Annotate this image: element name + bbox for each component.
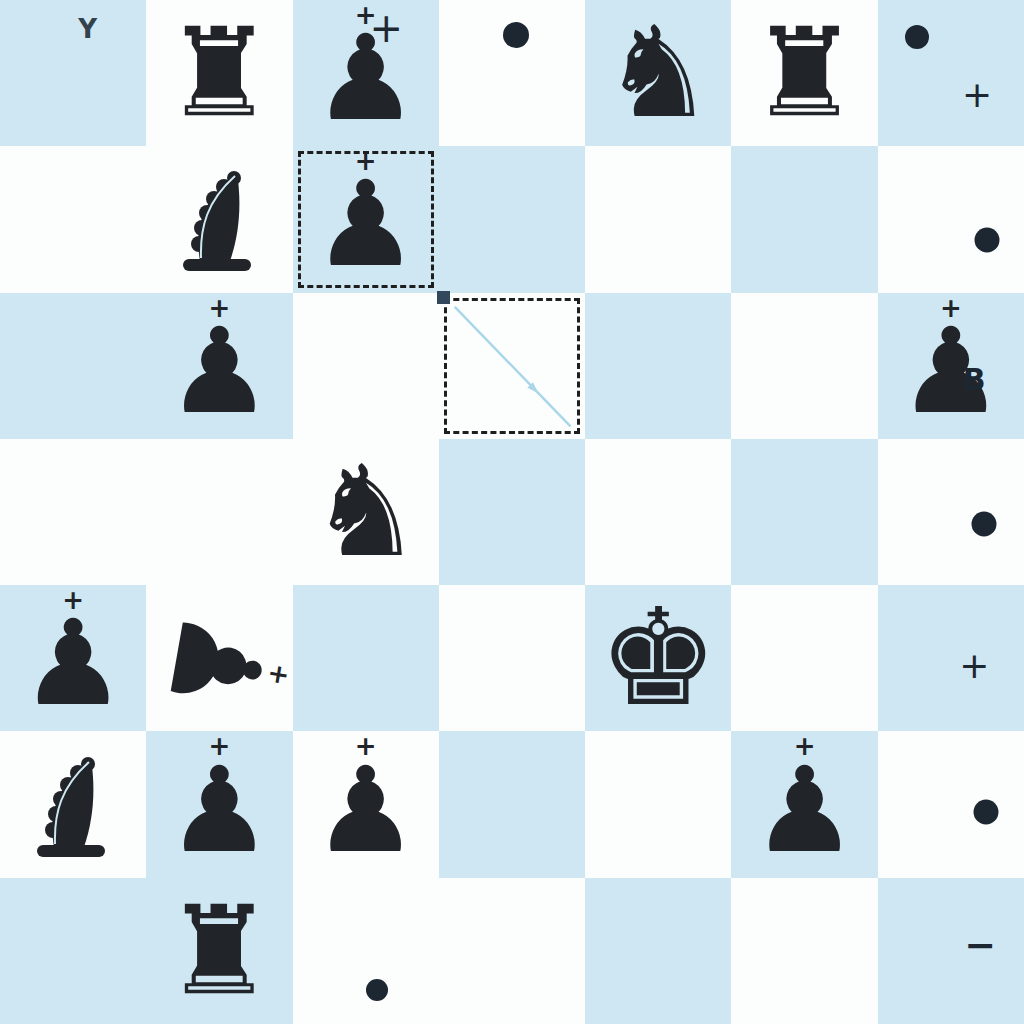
square-r0c3[interactable] (439, 0, 585, 146)
square-r1c1[interactable] (146, 146, 292, 292)
square-r1c6[interactable] (878, 146, 1024, 292)
dot-marker (975, 227, 1000, 252)
square-r4c6[interactable]: + (878, 585, 1024, 731)
pawn-piece[interactable]: ♟+ (293, 731, 439, 877)
square-r5c1[interactable]: ♟+ (146, 731, 292, 877)
pawn-cross-finial: + (265, 662, 294, 688)
square-r2c4[interactable] (585, 293, 731, 439)
square-r6c5[interactable] (731, 878, 877, 1024)
dot-marker (503, 22, 529, 48)
square-r2c0[interactable] (0, 293, 146, 439)
square-r2c1[interactable]: ♟+ (146, 293, 292, 439)
square-r1c3[interactable] (439, 146, 585, 292)
dot-marker (905, 25, 929, 49)
pawn-glyph: ♟ (150, 602, 285, 727)
knight-fin-piece[interactable] (169, 163, 269, 275)
square-r5c6[interactable] (878, 731, 1024, 877)
pawn-glyph: ♟ (313, 751, 419, 869)
minus-marker: − (964, 926, 996, 964)
square-r5c3[interactable] (439, 731, 585, 877)
square-r5c5[interactable]: ♟+ (731, 731, 877, 877)
pawn-glyph: ♟ (898, 312, 1004, 430)
knight-piece[interactable]: ♞ (293, 439, 439, 585)
pawn-cross-finial: + (209, 733, 231, 759)
knight-glyph: ♞ (309, 449, 422, 575)
square-r0c4[interactable]: ♞ (585, 0, 731, 146)
plus-marker: + (962, 77, 992, 113)
pawn-glyph: ♟ (313, 165, 419, 283)
knight-piece[interactable]: ♞ (585, 0, 731, 146)
pawn-glyph: ♟ (20, 604, 126, 722)
rook-glyph: ♜ (165, 12, 274, 134)
rook-glyph: ♜ (165, 890, 274, 1012)
square-r3c2[interactable]: ♞ (293, 439, 439, 585)
square-r2c3[interactable] (439, 293, 585, 439)
pawn-cross-finial: + (355, 148, 377, 174)
square-r6c2[interactable] (293, 878, 439, 1024)
dot-marker (972, 511, 997, 536)
dot-marker (366, 979, 388, 1001)
square-r5c4[interactable] (585, 731, 731, 877)
square-r4c0[interactable]: ♟+ (0, 585, 146, 731)
dash-dot-highlight-square (444, 298, 580, 434)
rook-piece[interactable]: ♜ (146, 878, 292, 1024)
king-glyph: ♚ (598, 591, 718, 725)
letter-marker-Y: Y (78, 16, 97, 42)
square-r0c0[interactable]: Y (0, 0, 146, 146)
corner-mark (437, 291, 450, 304)
square-r6c6[interactable]: − (878, 878, 1024, 1024)
square-r5c2[interactable]: ♟+ (293, 731, 439, 877)
knight-glyph: ♞ (602, 10, 715, 136)
square-r4c2[interactable] (293, 585, 439, 731)
pawn-piece[interactable]: ♟+ (146, 731, 292, 877)
square-r5c0[interactable] (0, 731, 146, 877)
rook-glyph: ♜ (750, 12, 859, 134)
pawn-cross-finial: + (355, 733, 377, 759)
square-r1c5[interactable] (731, 146, 877, 292)
square-r6c4[interactable] (585, 878, 731, 1024)
knight-fin-piece[interactable] (23, 749, 123, 861)
pawn-cross-finial: + (940, 295, 962, 321)
pawn-glyph: ♟ (752, 751, 858, 869)
square-r0c6[interactable]: + (878, 0, 1024, 146)
chess-board: Y♜♟++♞♜+♟+♟+♟+B♞♟+♟+♚+♟+♟+♟+♜− (0, 0, 1024, 1024)
pawn-glyph: ♟ (167, 312, 273, 430)
letter-marker-B: B (963, 365, 986, 395)
square-r4c3[interactable] (439, 585, 585, 731)
square-r3c4[interactable] (585, 439, 731, 585)
square-r2c6[interactable]: ♟+B (878, 293, 1024, 439)
rook-piece[interactable]: ♜ (146, 0, 292, 146)
square-r2c2[interactable] (293, 293, 439, 439)
square-r4c4[interactable]: ♚ (585, 585, 731, 731)
square-r2c5[interactable] (731, 293, 877, 439)
pawn-cross-finial: + (62, 587, 84, 613)
square-r1c2[interactable]: ♟+ (293, 146, 439, 292)
square-r3c0[interactable] (0, 439, 146, 585)
square-r1c4[interactable] (585, 146, 731, 292)
square-r6c0[interactable] (0, 878, 146, 1024)
pawn-cross-finial: + (794, 733, 816, 759)
plus-marker: + (369, 8, 403, 48)
square-r3c1[interactable] (146, 439, 292, 585)
square-r4c5[interactable] (731, 585, 877, 731)
pawn-cross-finial: + (209, 295, 231, 321)
plus-marker: + (959, 648, 989, 684)
pawn-piece[interactable]: ♟+ (0, 585, 146, 731)
pawn-piece[interactable]: ♟+ (878, 293, 1024, 439)
fallen-pawn-piece[interactable]: ♟+ (138, 580, 307, 749)
square-r6c1[interactable]: ♜ (146, 878, 292, 1024)
pawn-piece[interactable]: ♟+ (293, 146, 439, 292)
square-r0c2[interactable]: ♟++ (293, 0, 439, 146)
square-r0c1[interactable]: ♜ (146, 0, 292, 146)
square-r0c5[interactable]: ♜ (731, 0, 877, 146)
dot-marker (973, 799, 998, 824)
square-r3c5[interactable] (731, 439, 877, 585)
square-r1c0[interactable] (0, 146, 146, 292)
pawn-piece[interactable]: ♟+ (731, 731, 877, 877)
king-piece[interactable]: ♚ (585, 585, 731, 731)
square-r3c6[interactable] (878, 439, 1024, 585)
move-arrow (447, 301, 577, 431)
rook-piece[interactable]: ♜ (731, 0, 877, 146)
square-r6c3[interactable] (439, 878, 585, 1024)
pawn-piece[interactable]: ♟+ (146, 293, 292, 439)
pawn-glyph: ♟ (167, 751, 273, 869)
square-r3c3[interactable] (439, 439, 585, 585)
square-r4c1[interactable]: ♟+ (146, 585, 292, 731)
pawn-piece[interactable]: ♟+ (293, 0, 439, 146)
